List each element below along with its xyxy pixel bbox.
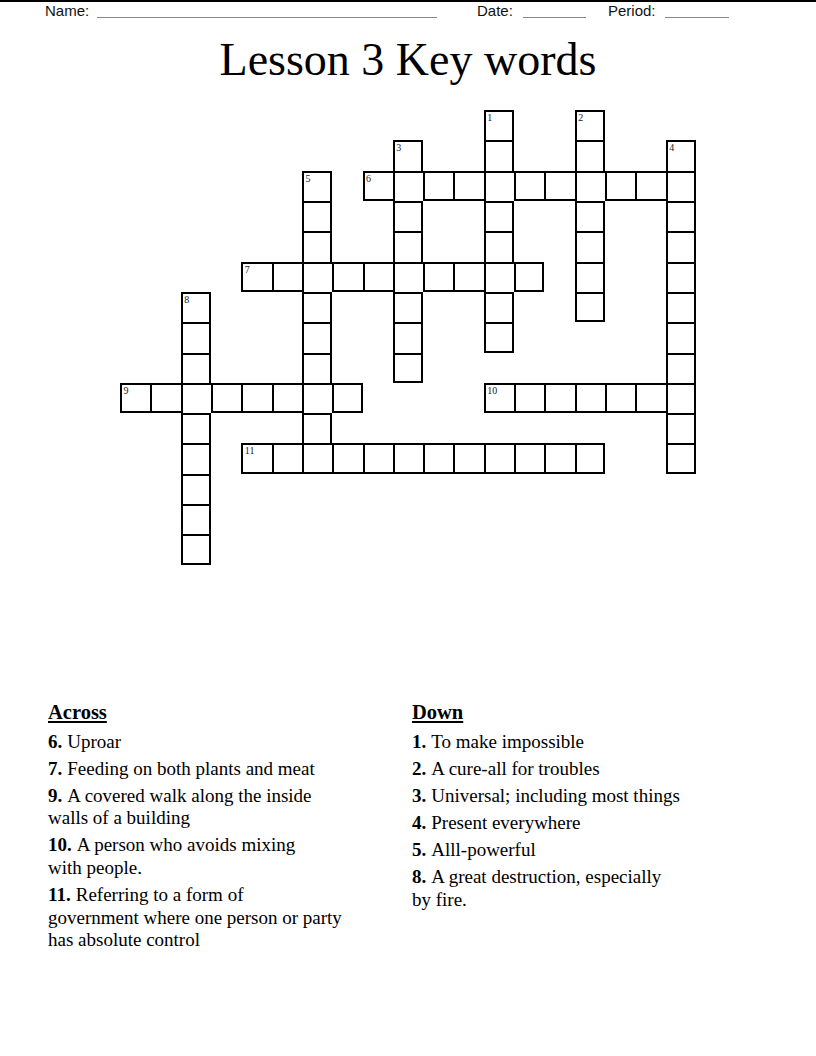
- grid-cell[interactable]: [666, 353, 696, 383]
- grid-cell[interactable]: [605, 171, 635, 201]
- grid-cell[interactable]: [181, 443, 211, 473]
- down-clues-section: Down 1.To make impossible2.A cure-all fo…: [412, 701, 762, 916]
- grid-cell[interactable]: [181, 534, 211, 564]
- grid-cell[interactable]: [575, 443, 605, 473]
- grid-cell[interactable]: [302, 201, 332, 231]
- down-clue-item: 4.Present everywhere: [412, 812, 762, 835]
- grid-cell[interactable]: [272, 262, 302, 292]
- clue-text: Referring to a form of government where …: [48, 884, 342, 950]
- name-blank-field[interactable]: [97, 3, 437, 18]
- grid-cell[interactable]: [484, 201, 514, 231]
- cell-number-label: 1: [487, 112, 492, 123]
- down-clue-item: 3.Universal; including most things: [412, 785, 762, 808]
- grid-cell[interactable]: [272, 383, 302, 413]
- grid-cell[interactable]: [514, 262, 544, 292]
- cell-number-label: 5: [305, 173, 310, 184]
- cell-number-label: 6: [366, 173, 371, 184]
- grid-cell[interactable]: 3: [393, 140, 423, 170]
- grid-cell[interactable]: [150, 383, 180, 413]
- top-rule: [0, 0, 816, 2]
- grid-cell[interactable]: [666, 171, 696, 201]
- grid-cell[interactable]: [666, 383, 696, 413]
- period-label: Period:: [608, 2, 656, 19]
- clue-number: 6.: [48, 731, 62, 752]
- grid-cell[interactable]: [332, 443, 362, 473]
- across-clues-section: Across 6.Uproar7.Feeding on both plants …: [48, 701, 408, 956]
- grid-cell[interactable]: 1: [484, 110, 514, 140]
- grid-cell[interactable]: [453, 262, 483, 292]
- grid-cell[interactable]: [635, 171, 665, 201]
- clue-number: 10.: [48, 834, 72, 855]
- grid-cell[interactable]: [302, 443, 332, 473]
- grid-cell[interactable]: [181, 383, 211, 413]
- grid-cell[interactable]: 10: [484, 383, 514, 413]
- down-heading: Down: [412, 701, 762, 724]
- clue-text: A covered walk along the inside walls of…: [48, 785, 312, 829]
- grid-cell[interactable]: [484, 140, 514, 170]
- grid-cell[interactable]: 4: [666, 140, 696, 170]
- clue-number: 11.: [48, 884, 71, 905]
- grid-cell[interactable]: [302, 262, 332, 292]
- clue-text: To make impossible: [431, 731, 584, 752]
- grid-cell[interactable]: [393, 322, 423, 352]
- cell-number-label: 9: [124, 385, 129, 396]
- down-clue-item: 5.Alll-powerful: [412, 839, 762, 862]
- grid-cell[interactable]: 5: [302, 171, 332, 201]
- clue-text: Uproar: [67, 731, 121, 752]
- clue-text: A cure-all for troubles: [431, 758, 599, 779]
- grid-cell[interactable]: [181, 353, 211, 383]
- grid-cell[interactable]: [423, 262, 453, 292]
- grid-cell[interactable]: [514, 383, 544, 413]
- grid-cell[interactable]: [393, 292, 423, 322]
- cell-number-label: 4: [669, 142, 674, 153]
- grid-cell[interactable]: [575, 231, 605, 261]
- grid-cell[interactable]: [484, 171, 514, 201]
- clue-number: 4.: [412, 812, 426, 833]
- clue-text: Alll-powerful: [431, 839, 535, 860]
- cell-number-label: 10: [487, 385, 497, 396]
- grid-cell[interactable]: [302, 231, 332, 261]
- period-blank-field[interactable]: [665, 3, 729, 18]
- grid-cell[interactable]: [181, 474, 211, 504]
- grid-cell[interactable]: [544, 171, 574, 201]
- grid-cell[interactable]: [393, 231, 423, 261]
- clue-number: 1.: [412, 731, 426, 752]
- grid-cell[interactable]: 7: [241, 262, 271, 292]
- clue-number: 9.: [48, 785, 62, 806]
- grid-cell[interactable]: [393, 443, 423, 473]
- date-blank-field[interactable]: [523, 3, 586, 18]
- grid-cell[interactable]: 6: [363, 171, 393, 201]
- across-clue-item: 7.Feeding on both plants and meat: [48, 758, 408, 781]
- grid-cell[interactable]: [666, 231, 696, 261]
- grid-cell[interactable]: [514, 171, 544, 201]
- cell-number-label: 2: [578, 112, 583, 123]
- clue-number: 8.: [412, 866, 426, 887]
- grid-cell[interactable]: 8: [181, 292, 211, 322]
- grid-cell[interactable]: [302, 322, 332, 352]
- grid-cell[interactable]: 9: [120, 383, 150, 413]
- grid-cell[interactable]: [544, 443, 574, 473]
- down-clue-item: 8.A great destruction, especially by fir…: [412, 866, 762, 911]
- down-clue-item: 1.To make impossible: [412, 731, 762, 754]
- grid-cell[interactable]: [666, 201, 696, 231]
- grid-cell[interactable]: [393, 171, 423, 201]
- cell-number-label: 7: [245, 264, 250, 275]
- grid-cell[interactable]: [332, 383, 362, 413]
- clue-number: 7.: [48, 758, 62, 779]
- grid-cell[interactable]: [666, 322, 696, 352]
- grid-cell[interactable]: 11: [241, 443, 271, 473]
- grid-cell[interactable]: [666, 443, 696, 473]
- grid-cell[interactable]: [575, 262, 605, 292]
- grid-cell[interactable]: [484, 322, 514, 352]
- clue-number: 5.: [412, 839, 426, 860]
- clue-text: A person who avoids mixing with people.: [48, 834, 295, 878]
- grid-cell[interactable]: [575, 140, 605, 170]
- grid-cell[interactable]: [544, 383, 574, 413]
- page-title: Lesson 3 Key words: [0, 34, 816, 86]
- clue-text: Universal; including most things: [431, 785, 680, 806]
- grid-cell[interactable]: [605, 383, 635, 413]
- grid-cell[interactable]: [181, 504, 211, 534]
- crossword-grid: 1234567891011: [120, 110, 696, 565]
- grid-cell[interactable]: [666, 262, 696, 292]
- grid-cell[interactable]: [453, 171, 483, 201]
- grid-cell[interactable]: [393, 353, 423, 383]
- across-heading: Across: [48, 701, 408, 724]
- grid-cell[interactable]: 2: [575, 110, 605, 140]
- grid-cell[interactable]: [363, 443, 393, 473]
- grid-cell[interactable]: [453, 443, 483, 473]
- grid-cell[interactable]: [575, 383, 605, 413]
- across-clue-list: 6.Uproar7.Feeding on both plants and mea…: [48, 731, 408, 952]
- grid-cell[interactable]: [302, 292, 332, 322]
- grid-cell[interactable]: [181, 322, 211, 352]
- grid-cell[interactable]: [332, 262, 362, 292]
- grid-cell[interactable]: [423, 443, 453, 473]
- name-label: Name:: [45, 2, 89, 19]
- grid-cell[interactable]: [635, 383, 665, 413]
- clue-number: 3.: [412, 785, 426, 806]
- down-clue-item: 2.A cure-all for troubles: [412, 758, 762, 781]
- worksheet-page: Name: Date: Period: Lesson 3 Key words 1…: [0, 0, 816, 1056]
- cell-number-label: 8: [184, 294, 189, 305]
- grid-cell[interactable]: [575, 171, 605, 201]
- grid-cell[interactable]: [514, 443, 544, 473]
- grid-cell[interactable]: [484, 292, 514, 322]
- grid-cell[interactable]: [484, 262, 514, 292]
- grid-cell[interactable]: [484, 231, 514, 261]
- date-label: Date:: [477, 2, 513, 19]
- grid-cell[interactable]: [393, 201, 423, 231]
- grid-cell[interactable]: [666, 413, 696, 443]
- grid-cell[interactable]: [302, 383, 332, 413]
- clue-text: Feeding on both plants and meat: [67, 758, 314, 779]
- across-clue-item: 10.A person who avoids mixing with peopl…: [48, 834, 408, 879]
- grid-cell[interactable]: [666, 292, 696, 322]
- grid-cell[interactable]: [272, 443, 302, 473]
- clue-text: Present everywhere: [431, 812, 580, 833]
- grid-cell[interactable]: [211, 383, 241, 413]
- grid-cell[interactable]: [363, 262, 393, 292]
- across-clue-item: 11.Referring to a form of government whe…: [48, 884, 408, 952]
- across-clue-item: 6.Uproar: [48, 731, 408, 754]
- grid-cell[interactable]: [241, 383, 271, 413]
- grid-cell[interactable]: [575, 292, 605, 322]
- grid-cell[interactable]: [181, 413, 211, 443]
- cell-number-label: 11: [245, 445, 255, 456]
- grid-cell[interactable]: [302, 353, 332, 383]
- down-clue-list: 1.To make impossible2.A cure-all for tro…: [412, 731, 762, 912]
- grid-cell[interactable]: [423, 171, 453, 201]
- cell-number-label: 3: [396, 142, 401, 153]
- clue-text: A great destruction, especially by fire.: [412, 866, 661, 910]
- grid-cell[interactable]: [484, 443, 514, 473]
- grid-cell[interactable]: [302, 413, 332, 443]
- grid-cell[interactable]: [575, 201, 605, 231]
- across-clue-item: 9.A covered walk along the inside walls …: [48, 785, 408, 830]
- clue-number: 2.: [412, 758, 426, 779]
- grid-cell[interactable]: [393, 262, 423, 292]
